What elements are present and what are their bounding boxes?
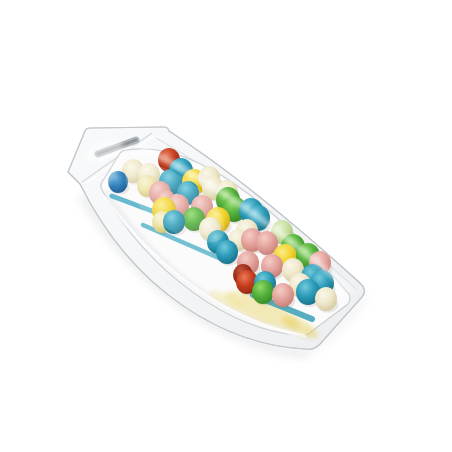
jelly-bean-cream	[315, 287, 337, 311]
jelly-bean-teal	[216, 240, 238, 264]
jelly-bean-pink	[272, 283, 294, 307]
product-photo	[0, 0, 452, 452]
jelly-bean-green	[252, 280, 274, 304]
product-image	[0, 0, 452, 452]
